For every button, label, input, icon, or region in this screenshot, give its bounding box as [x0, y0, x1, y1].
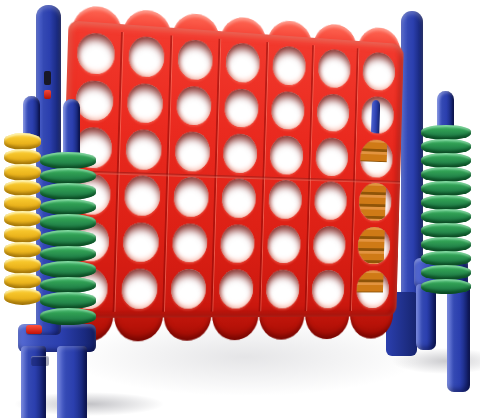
left-leg-front-foot	[57, 346, 87, 418]
hole-c4-r2	[224, 88, 259, 128]
cell-c5-r6[interactable]	[259, 266, 306, 311]
hole-c5-r2	[271, 90, 305, 130]
cell-c2-r3[interactable]	[118, 125, 169, 173]
cell-c5-r4[interactable]	[262, 177, 309, 223]
cell-c6-r6[interactable]	[305, 267, 351, 311]
left-green-disc-rack[interactable]	[40, 153, 96, 325]
cell-c4-r6[interactable]	[212, 266, 261, 312]
storage-disc-green[interactable]	[421, 237, 471, 252]
hole-c7-r6	[356, 270, 389, 308]
storage-disc-yellow[interactable]	[4, 242, 41, 259]
right-leg-front-foot	[447, 284, 470, 392]
hole-c7-r5	[358, 226, 391, 264]
cell-c7-r4[interactable]	[353, 179, 398, 224]
hole-c7-r4	[359, 183, 392, 221]
cell-c7-r2[interactable]	[355, 92, 400, 138]
cell-c5-r2[interactable]	[264, 87, 311, 134]
storage-disc-green[interactable]	[421, 265, 471, 280]
hole-c4-r5	[220, 224, 255, 263]
cell-c2-r2[interactable]	[119, 79, 170, 128]
cell-c2-r1[interactable]	[121, 32, 172, 81]
left-yellow-disc-rack[interactable]	[4, 134, 41, 305]
storage-disc-yellow[interactable]	[4, 149, 41, 166]
brand-plate	[31, 356, 49, 366]
hole-c5-r6	[266, 270, 300, 309]
storage-disc-green[interactable]	[421, 209, 471, 224]
hole-c6-r3	[315, 137, 348, 176]
hole-c3-r1	[177, 39, 213, 80]
storage-disc-green[interactable]	[421, 153, 471, 168]
hole-c2-r6	[121, 268, 158, 308]
hole-c2-r1	[128, 36, 165, 78]
cell-c4-r2[interactable]	[217, 84, 265, 131]
right-green-disc-rack[interactable]	[421, 126, 471, 294]
storage-disc-yellow[interactable]	[4, 257, 41, 274]
storage-disc-green[interactable]	[40, 168, 96, 185]
hole-c4-r3	[223, 133, 258, 173]
cell-c6-r2[interactable]	[310, 89, 356, 135]
hole-c4-r1	[225, 42, 260, 83]
storage-disc-yellow[interactable]	[4, 211, 41, 228]
cell-c4-r3[interactable]	[216, 130, 264, 177]
hole-c6-r1	[318, 49, 351, 89]
giant-connect-four-scene	[0, 0, 480, 418]
hole-c5-r3	[270, 135, 304, 175]
hole-c6-r5	[313, 226, 346, 264]
hole-c3-r6	[170, 269, 206, 309]
storage-disc-green[interactable]	[421, 251, 471, 266]
storage-disc-green[interactable]	[40, 199, 96, 216]
storage-disc-green[interactable]	[421, 167, 471, 182]
cell-c5-r3[interactable]	[263, 132, 310, 178]
storage-disc-yellow[interactable]	[4, 195, 41, 212]
hole-c7-r3	[360, 139, 393, 178]
storage-disc-green[interactable]	[40, 214, 96, 231]
hole-c2-r5	[122, 222, 159, 262]
storage-disc-yellow[interactable]	[4, 133, 41, 150]
storage-disc-green[interactable]	[40, 246, 96, 263]
hole-c1-r1	[77, 32, 115, 75]
cell-c7-r5[interactable]	[351, 223, 396, 267]
storage-disc-green[interactable]	[40, 152, 96, 169]
cell-c5-r1[interactable]	[266, 42, 313, 89]
cell-c6-r4[interactable]	[308, 178, 354, 223]
hole-c1-r2	[76, 79, 114, 121]
storage-disc-green[interactable]	[421, 181, 471, 196]
cell-c1-r1[interactable]	[70, 29, 122, 79]
storage-disc-yellow[interactable]	[4, 288, 41, 305]
hole-c6-r6	[312, 270, 345, 308]
hole-c3-r4	[173, 177, 209, 217]
cell-c3-r3[interactable]	[167, 127, 217, 175]
hole-c3-r3	[174, 131, 210, 172]
cell-c4-r4[interactable]	[215, 175, 263, 221]
storage-disc-green[interactable]	[40, 292, 96, 309]
cell-c7-r6[interactable]	[350, 267, 395, 311]
cell-c3-r4[interactable]	[166, 173, 216, 220]
storage-disc-yellow[interactable]	[4, 180, 41, 197]
cell-c2-r4[interactable]	[116, 172, 167, 220]
cell-c5-r5[interactable]	[260, 221, 307, 266]
hole-c3-r2	[176, 85, 212, 126]
hole-c4-r4	[221, 178, 256, 218]
red-lock-indicator	[44, 90, 51, 99]
storage-disc-green[interactable]	[40, 183, 96, 200]
hole-c7-r2	[361, 95, 394, 134]
hole-c7-r1	[363, 52, 395, 91]
storage-disc-green[interactable]	[421, 279, 471, 294]
cell-c3-r6[interactable]	[163, 266, 213, 312]
hole-c5-r5	[267, 225, 301, 264]
cell-c3-r1[interactable]	[170, 35, 220, 84]
hole-c2-r4	[124, 175, 161, 216]
hole-c6-r4	[314, 181, 347, 220]
cell-c6-r3[interactable]	[309, 134, 355, 180]
hole-c2-r2	[126, 82, 163, 124]
storage-disc-yellow[interactable]	[4, 164, 41, 181]
board-assembly	[57, 4, 406, 338]
storage-disc-green[interactable]	[421, 125, 471, 140]
cell-c2-r6[interactable]	[114, 265, 165, 312]
cell-c2-r5[interactable]	[115, 218, 166, 265]
storage-disc-green[interactable]	[421, 139, 471, 154]
cell-c4-r5[interactable]	[213, 220, 262, 266]
cell-c4-r1[interactable]	[219, 39, 267, 87]
cell-c7-r3[interactable]	[354, 136, 399, 181]
board-grid	[63, 29, 402, 313]
hole-c2-r3	[125, 129, 162, 170]
disc-release-lever[interactable]	[26, 325, 42, 334]
cell-c6-r5[interactable]	[306, 222, 352, 267]
lock-slot	[44, 71, 51, 85]
hole-c6-r2	[317, 93, 350, 132]
storage-disc-green[interactable]	[40, 277, 96, 294]
storage-disc-green[interactable]	[40, 308, 96, 325]
storage-disc-green[interactable]	[40, 261, 96, 278]
cell-c7-r1[interactable]	[356, 48, 401, 94]
left-a-frame-leg	[18, 322, 98, 418]
storage-disc-green[interactable]	[421, 195, 471, 210]
hole-c5-r4	[268, 180, 302, 219]
storage-disc-yellow[interactable]	[4, 226, 41, 243]
cell-c3-r2[interactable]	[169, 81, 219, 129]
storage-disc-yellow[interactable]	[4, 273, 41, 290]
hole-c3-r5	[172, 223, 208, 263]
cell-c3-r5[interactable]	[165, 219, 215, 265]
hole-c4-r6	[219, 269, 254, 308]
hole-c5-r1	[272, 46, 306, 86]
storage-disc-green[interactable]	[40, 230, 96, 247]
storage-disc-green[interactable]	[421, 223, 471, 238]
cell-c6-r1[interactable]	[312, 45, 358, 92]
